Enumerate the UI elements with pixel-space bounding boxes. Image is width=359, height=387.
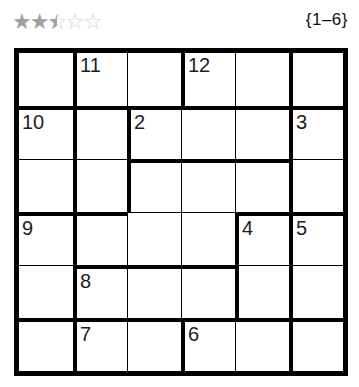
cell-r3c5[interactable] [235, 159, 289, 212]
cell-r5c6[interactable] [289, 265, 343, 318]
cage-clue: 5 [296, 218, 307, 238]
cage-clue: 11 [80, 55, 101, 75]
cell-r4c6[interactable]: 5 [289, 212, 343, 265]
cage-clue: 7 [80, 324, 91, 344]
difficulty-star-rating: ★★☆★☆☆ [12, 11, 101, 33]
cell-r1c2[interactable]: 11 [73, 53, 127, 106]
cell-r1c1[interactable] [19, 53, 73, 106]
cell-r6c6[interactable] [289, 318, 343, 371]
cell-r2c2[interactable] [73, 106, 127, 159]
cell-r3c6[interactable] [289, 159, 343, 212]
digit-range-label: {1–6} [306, 10, 348, 30]
cage-clue: 8 [80, 271, 91, 291]
star-half-fill-icon: ★ [47, 11, 57, 33]
cage-clue: 3 [296, 112, 307, 132]
star-half-icon: ☆★ [47, 11, 65, 33]
cell-r2c1[interactable]: 10 [19, 106, 73, 159]
puzzle-board: 11121023945876 [14, 48, 348, 376]
cell-r2c4[interactable] [181, 106, 235, 159]
cell-r1c5[interactable] [235, 53, 289, 106]
cage-clue: 6 [188, 324, 199, 344]
cell-r3c4[interactable] [181, 159, 235, 212]
cell-r6c1[interactable] [19, 318, 73, 371]
cell-r2c6[interactable]: 3 [289, 106, 343, 159]
cell-r5c4[interactable] [181, 265, 235, 318]
star-full-icon: ★ [12, 11, 30, 33]
cell-r4c4[interactable] [181, 212, 235, 265]
cell-r1c6[interactable] [289, 53, 343, 106]
cell-r2c5[interactable] [235, 106, 289, 159]
cell-r1c3[interactable] [127, 53, 181, 106]
star-empty-icon: ☆ [65, 11, 83, 33]
cage-clue: 2 [134, 112, 145, 132]
cell-r4c3[interactable] [127, 212, 181, 265]
cell-r6c3[interactable] [127, 318, 181, 371]
cell-r4c2[interactable] [73, 212, 127, 265]
cell-r3c3[interactable] [127, 159, 181, 212]
star-full-icon: ★ [30, 11, 48, 33]
cage-clue: 9 [22, 218, 33, 238]
star-empty-icon: ☆ [83, 11, 101, 33]
cell-r5c2[interactable]: 8 [73, 265, 127, 318]
cell-r5c3[interactable] [127, 265, 181, 318]
cell-r1c4[interactable]: 12 [181, 53, 235, 106]
cell-r3c1[interactable] [19, 159, 73, 212]
cell-r6c5[interactable] [235, 318, 289, 371]
cell-r6c4[interactable]: 6 [181, 318, 235, 371]
cell-r3c2[interactable] [73, 159, 127, 212]
cell-r2c3[interactable]: 2 [127, 106, 181, 159]
cage-clue: 4 [242, 218, 253, 238]
cell-r5c5[interactable] [235, 265, 289, 318]
cage-clue: 12 [188, 55, 210, 75]
cell-r5c1[interactable] [19, 265, 73, 318]
cell-r4c1[interactable]: 9 [19, 212, 73, 265]
cell-r6c2[interactable]: 7 [73, 318, 127, 371]
cage-clue: 10 [22, 112, 44, 132]
cell-r4c5[interactable]: 4 [235, 212, 289, 265]
